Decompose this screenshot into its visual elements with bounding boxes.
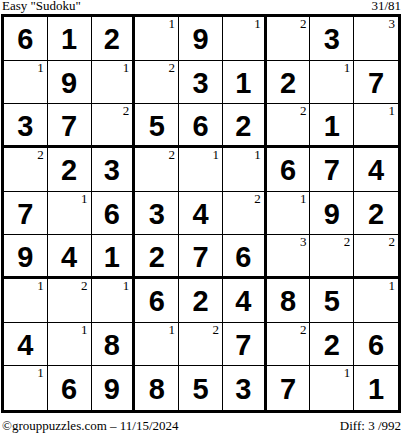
cell-r6c5: 7 xyxy=(179,235,223,279)
given-digit: 1 xyxy=(61,22,77,54)
corner-mark: 1 xyxy=(123,278,130,293)
given-digit: 8 xyxy=(280,284,296,316)
given-digit: 2 xyxy=(368,197,384,229)
cell-r3c8: 1 xyxy=(310,104,354,148)
cell-r7c5: 2 xyxy=(179,279,223,323)
cell-r2c8[interactable]: 1 xyxy=(310,61,354,105)
cell-r8c6: 7 xyxy=(223,323,267,367)
cell-r8c1: 4 xyxy=(4,323,48,367)
corner-mark: 2 xyxy=(37,147,44,162)
cell-r4c1[interactable]: 2 xyxy=(4,148,48,192)
cell-r4c2: 2 xyxy=(48,148,92,192)
copyright-text: ©grouppuzzles.com – 11/15/2024 xyxy=(2,418,179,433)
cell-r2c7: 2 xyxy=(267,61,311,105)
corner-mark: 3 xyxy=(389,16,396,31)
cell-r4c9: 4 xyxy=(354,148,398,192)
cell-r2c6: 1 xyxy=(223,61,267,105)
cell-r5c3: 6 xyxy=(92,192,136,236)
cell-r3c6: 2 xyxy=(223,104,267,148)
cell-r1c4[interactable]: 1 xyxy=(135,17,179,61)
corner-mark: 2 xyxy=(344,234,351,249)
cell-r9c9: 1 xyxy=(354,366,398,410)
cell-r7c9[interactable]: 1 xyxy=(354,279,398,323)
given-digit: 1 xyxy=(324,109,340,141)
given-digit: 7 xyxy=(368,66,384,98)
cell-r7c4: 6 xyxy=(135,279,179,323)
given-digit: 9 xyxy=(324,197,340,229)
corner-mark: 2 xyxy=(123,103,130,118)
corner-mark: 2 xyxy=(254,191,261,206)
cell-r7c6: 4 xyxy=(223,279,267,323)
cell-r9c6: 3 xyxy=(223,366,267,410)
cell-r1c9[interactable]: 3 xyxy=(354,17,398,61)
given-digit: 9 xyxy=(17,240,33,272)
difficulty-text: Diff: 3 /992 xyxy=(340,418,401,433)
given-digit: 6 xyxy=(368,328,384,360)
cell-r8c7[interactable]: 2 xyxy=(267,323,311,367)
given-digit: 3 xyxy=(235,372,251,404)
cell-r6c7[interactable]: 3 xyxy=(267,235,311,279)
corner-mark: 1 xyxy=(37,365,44,380)
given-digit: 7 xyxy=(17,197,33,229)
cell-r3c4: 5 xyxy=(135,104,179,148)
corner-mark: 1 xyxy=(254,16,261,31)
cell-r5c1: 7 xyxy=(4,192,48,236)
corner-mark: 1 xyxy=(81,322,88,337)
corner-mark: 2 xyxy=(169,60,176,75)
given-digit: 7 xyxy=(192,240,208,272)
cell-r2c1[interactable]: 1 xyxy=(4,61,48,105)
puzzle-title: Easy "Sudoku" xyxy=(2,0,81,13)
given-digit: 9 xyxy=(61,66,77,98)
cell-r6c4: 2 xyxy=(135,235,179,279)
given-digit: 1 xyxy=(368,372,384,404)
corner-mark: 2 xyxy=(169,147,176,162)
corner-mark: 1 xyxy=(169,16,176,31)
corner-mark: 1 xyxy=(37,278,44,293)
cell-r9c8[interactable]: 1 xyxy=(310,366,354,410)
cell-r9c4: 8 xyxy=(135,366,179,410)
corner-mark: 2 xyxy=(300,322,307,337)
cell-r8c9: 6 xyxy=(354,323,398,367)
cell-r4c8: 7 xyxy=(310,148,354,192)
given-digit: 3 xyxy=(192,66,208,98)
cell-r7c8: 5 xyxy=(310,279,354,323)
given-digit: 3 xyxy=(149,197,165,229)
cell-r7c7: 8 xyxy=(267,279,311,323)
cell-r2c9: 7 xyxy=(354,61,398,105)
cell-r5c5: 4 xyxy=(179,192,223,236)
corner-mark: 1 xyxy=(81,191,88,206)
given-digit: 7 xyxy=(61,109,77,141)
given-digit: 2 xyxy=(280,66,296,98)
cell-r4c4[interactable]: 2 xyxy=(135,148,179,192)
given-digit: 6 xyxy=(104,197,120,229)
given-digit: 5 xyxy=(192,372,208,404)
given-digit: 1 xyxy=(235,66,251,98)
cell-r3c3[interactable]: 2 xyxy=(92,104,136,148)
cell-r1c5: 9 xyxy=(179,17,223,61)
given-digit: 6 xyxy=(192,109,208,141)
cell-r7c2[interactable]: 2 xyxy=(48,279,92,323)
cell-r8c4[interactable]: 1 xyxy=(135,323,179,367)
given-digit: 4 xyxy=(17,328,33,360)
cell-r8c5[interactable]: 2 xyxy=(179,323,223,367)
corner-mark: 1 xyxy=(389,278,396,293)
cell-r7c3[interactable]: 1 xyxy=(92,279,136,323)
given-digit: 2 xyxy=(149,240,165,272)
corner-mark: 2 xyxy=(212,322,219,337)
cell-r2c4[interactable]: 2 xyxy=(135,61,179,105)
cell-r5c9: 2 xyxy=(354,192,398,236)
given-digit: 1 xyxy=(104,240,120,272)
cell-r9c7: 7 xyxy=(267,366,311,410)
given-digit: 5 xyxy=(324,284,340,316)
cell-r5c6[interactable]: 2 xyxy=(223,192,267,236)
cell-r3c1: 3 xyxy=(4,104,48,148)
given-digit: 6 xyxy=(17,22,33,54)
given-digit: 3 xyxy=(324,22,340,54)
cell-r3c9[interactable]: 1 xyxy=(354,104,398,148)
corner-mark: 1 xyxy=(212,147,219,162)
corner-mark: 1 xyxy=(344,365,351,380)
corner-mark: 2 xyxy=(81,278,88,293)
cell-r6c3: 1 xyxy=(92,235,136,279)
given-digit: 2 xyxy=(235,109,251,141)
cell-r4c7: 6 xyxy=(267,148,311,192)
cell-r5c8: 9 xyxy=(310,192,354,236)
given-digit: 4 xyxy=(192,197,208,229)
cell-r4c5[interactable]: 1 xyxy=(179,148,223,192)
sudoku-page: Easy "Sudoku" 31/81 61219123319123121737… xyxy=(0,0,402,437)
page-footer: ©grouppuzzles.com – 11/15/2024 Diff: 3 /… xyxy=(2,418,401,433)
given-digit: 2 xyxy=(61,153,77,185)
given-digit: 9 xyxy=(104,372,120,404)
cell-r5c4: 3 xyxy=(135,192,179,236)
cell-r1c1: 6 xyxy=(4,17,48,61)
given-digit: 4 xyxy=(235,284,251,316)
cell-r6c2: 4 xyxy=(48,235,92,279)
cell-r1c6[interactable]: 1 xyxy=(223,17,267,61)
given-digit: 8 xyxy=(104,328,120,360)
cell-r8c2[interactable]: 1 xyxy=(48,323,92,367)
cell-r6c9[interactable]: 2 xyxy=(354,235,398,279)
page-header: Easy "Sudoku" 31/81 xyxy=(2,0,401,13)
given-digit: 3 xyxy=(104,153,120,185)
given-digit: 2 xyxy=(324,328,340,360)
given-digit: 4 xyxy=(368,153,384,185)
cell-r6c1: 9 xyxy=(4,235,48,279)
corner-mark: 1 xyxy=(389,103,396,118)
cell-r8c3: 8 xyxy=(92,323,136,367)
given-digit: 4 xyxy=(61,240,77,272)
cell-r6c8[interactable]: 2 xyxy=(310,235,354,279)
given-digit: 2 xyxy=(104,22,120,54)
cell-r7c1[interactable]: 1 xyxy=(4,279,48,323)
given-digit: 7 xyxy=(235,328,251,360)
cell-r3c5: 6 xyxy=(179,104,223,148)
given-digit: 7 xyxy=(324,153,340,185)
cell-r5c2[interactable]: 1 xyxy=(48,192,92,236)
given-digit: 3 xyxy=(17,109,33,141)
cell-r9c2: 6 xyxy=(48,366,92,410)
corner-mark: 2 xyxy=(300,103,307,118)
corner-mark: 1 xyxy=(37,60,44,75)
cell-r3c2: 7 xyxy=(48,104,92,148)
cell-r9c3: 9 xyxy=(92,366,136,410)
given-digit: 6 xyxy=(280,153,296,185)
corner-mark: 2 xyxy=(300,16,307,31)
cell-r3c7[interactable]: 2 xyxy=(267,104,311,148)
corner-mark: 1 xyxy=(169,322,176,337)
corner-mark: 2 xyxy=(389,234,396,249)
given-digit: 2 xyxy=(192,284,208,316)
given-digit: 7 xyxy=(280,372,296,404)
corner-mark: 3 xyxy=(300,234,307,249)
given-digit: 9 xyxy=(192,22,208,54)
cell-r9c1[interactable]: 1 xyxy=(4,366,48,410)
cell-r1c7[interactable]: 2 xyxy=(267,17,311,61)
corner-mark: 1 xyxy=(344,60,351,75)
cell-r9c5: 5 xyxy=(179,366,223,410)
given-digit: 6 xyxy=(149,284,165,316)
cell-r6c6: 6 xyxy=(223,235,267,279)
cell-r2c3[interactable]: 1 xyxy=(92,61,136,105)
given-digit: 6 xyxy=(61,372,77,404)
cell-r1c2: 1 xyxy=(48,17,92,61)
corner-mark: 1 xyxy=(300,191,307,206)
given-digit: 6 xyxy=(235,240,251,272)
given-digit: 8 xyxy=(149,372,165,404)
cells-counter: 31/81 xyxy=(371,0,401,13)
cell-r5c7[interactable]: 1 xyxy=(267,192,311,236)
cell-r1c3: 2 xyxy=(92,17,136,61)
given-digit: 5 xyxy=(149,109,165,141)
corner-mark: 1 xyxy=(123,60,130,75)
cell-r4c6[interactable]: 1 xyxy=(223,148,267,192)
cell-r1c8: 3 xyxy=(310,17,354,61)
sudoku-board: 6121912331912312173725622112232116747163… xyxy=(1,14,401,413)
cell-r8c8: 2 xyxy=(310,323,354,367)
cell-r2c5: 3 xyxy=(179,61,223,105)
corner-mark: 1 xyxy=(254,147,261,162)
cell-r4c3: 3 xyxy=(92,148,136,192)
cell-r2c2: 9 xyxy=(48,61,92,105)
